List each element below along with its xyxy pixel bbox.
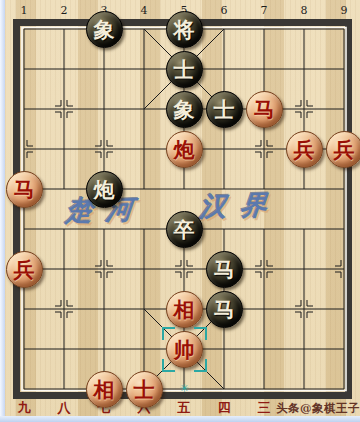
piece-red-elephant[interactable]: 相 — [86, 371, 123, 408]
piece-red-soldier[interactable]: 兵 — [326, 131, 360, 168]
window-edge-bottom — [0, 416, 360, 422]
piece-glyph: 卒 — [174, 219, 195, 240]
piece-glyph: 兵 — [334, 139, 355, 160]
piece-glyph: 士 — [214, 99, 235, 120]
piece-black-horse[interactable]: 马 — [206, 291, 243, 328]
xiangqi-board[interactable]: 123456789 九八七六五四三 楚河 汉界 象将士象士马炮兵兵马炮卒兵马相马… — [0, 0, 360, 422]
file-label-bottom-1: 九 — [15, 399, 33, 417]
file-label-top-7: 7 — [256, 4, 272, 17]
piece-red-soldier[interactable]: 兵 — [6, 251, 43, 288]
piece-glyph: 象 — [94, 19, 115, 40]
file-label-top-1: 1 — [16, 4, 32, 17]
piece-glyph: 马 — [214, 299, 235, 320]
piece-glyph: 炮 — [174, 139, 195, 160]
file-label-bottom-5: 五 — [175, 399, 193, 417]
piece-glyph: 士 — [174, 59, 195, 80]
piece-glyph: 马 — [14, 179, 35, 200]
file-label-bottom-6: 四 — [215, 399, 233, 417]
piece-glyph: 帅 — [174, 339, 195, 360]
piece-red-horse[interactable]: 马 — [6, 171, 43, 208]
piece-glyph: 马 — [254, 99, 275, 120]
piece-black-general[interactable]: 将 — [166, 11, 203, 48]
piece-red-general[interactable]: 帅 — [166, 331, 203, 368]
file-label-top-6: 6 — [216, 4, 232, 17]
piece-black-advisor[interactable]: 士 — [206, 91, 243, 128]
piece-glyph: 兵 — [294, 139, 315, 160]
piece-glyph: 兵 — [14, 259, 35, 280]
piece-black-elephant[interactable]: 象 — [86, 11, 123, 48]
window-edge-left — [0, 0, 5, 422]
piece-glyph: 马 — [214, 259, 235, 280]
file-label-top-4: 4 — [136, 4, 152, 17]
file-label-bottom-7: 三 — [255, 399, 273, 417]
piece-black-advisor[interactable]: 士 — [166, 51, 203, 88]
piece-red-horse[interactable]: 马 — [246, 91, 283, 128]
file-label-top-8: 8 — [296, 4, 312, 17]
piece-glyph: 士 — [134, 379, 155, 400]
file-label-top-9: 9 — [336, 4, 352, 17]
file-label-bottom-2: 八 — [55, 399, 73, 417]
piece-red-advisor[interactable]: 士 — [126, 371, 163, 408]
piece-red-elephant[interactable]: 相 — [166, 291, 203, 328]
piece-red-soldier[interactable]: 兵 — [286, 131, 323, 168]
piece-glyph: 炮 — [94, 179, 115, 200]
piece-glyph: 相 — [94, 379, 115, 400]
piece-black-cannon[interactable]: 炮 — [86, 171, 123, 208]
piece-glyph: 将 — [174, 19, 195, 40]
file-label-top-2: 2 — [56, 4, 72, 17]
piece-black-elephant[interactable]: 象 — [166, 91, 203, 128]
piece-black-horse[interactable]: 马 — [206, 251, 243, 288]
river-text-han-jie: 汉界 — [198, 187, 282, 225]
move-origin-marker: ✳ — [176, 381, 192, 397]
piece-red-cannon[interactable]: 炮 — [166, 131, 203, 168]
piece-black-soldier[interactable]: 卒 — [166, 211, 203, 248]
watermark-text: 头条@象棋王子 — [276, 401, 360, 416]
piece-glyph: 相 — [174, 299, 195, 320]
piece-glyph: 象 — [174, 99, 195, 120]
